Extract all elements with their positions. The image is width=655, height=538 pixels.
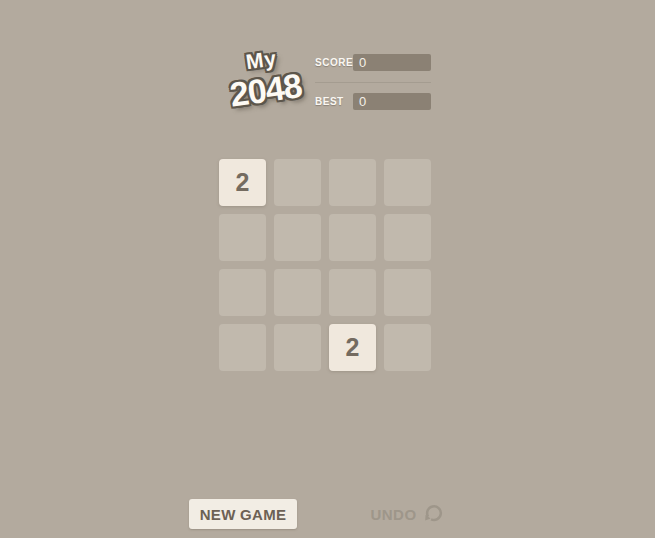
board-cell-r1c3: [384, 214, 431, 261]
board-cell-r0c3: [384, 159, 431, 206]
board-cell-r2c0: [219, 269, 266, 316]
best-row: BEST 0: [315, 93, 431, 110]
undo-label: UNDO: [370, 506, 416, 523]
best-value-box: 0: [353, 93, 431, 110]
board-cell-r1c2: [329, 214, 376, 261]
board-cell-r3c1: [274, 324, 321, 371]
game-logo: My 2048: [213, 42, 314, 114]
best-label: BEST: [315, 96, 353, 107]
undo-icon: [424, 504, 444, 524]
board-cell-r0c2: [329, 159, 376, 206]
scoreboard-divider: [315, 82, 431, 83]
score-value: 0: [359, 55, 366, 70]
app-canvas: My 2048 SCORE 0 BEST 0 2 2 NEW GAME: [0, 0, 655, 538]
board-cell-r3c2: 2: [329, 324, 376, 371]
best-value: 0: [359, 94, 366, 109]
board-cell-r2c3: [384, 269, 431, 316]
scoreboard: SCORE 0 BEST 0: [315, 54, 431, 110]
board-cell-r0c0: 2: [219, 159, 266, 206]
board-cell-r1c0: [219, 214, 266, 261]
board-cell-r2c1: [274, 269, 321, 316]
new-game-label: NEW GAME: [200, 506, 287, 523]
score-value-box: 0: [353, 54, 431, 71]
board-grid: 2 2: [219, 159, 431, 371]
undo-button[interactable]: UNDO: [351, 499, 463, 529]
board-cell-r1c1: [274, 214, 321, 261]
board-cell-r0c1: [274, 159, 321, 206]
board-cell-r2c2: [329, 269, 376, 316]
board-cell-r3c0: [219, 324, 266, 371]
board-cell-r3c3: [384, 324, 431, 371]
score-row: SCORE 0: [315, 54, 431, 71]
score-label: SCORE: [315, 57, 353, 68]
new-game-button[interactable]: NEW GAME: [189, 499, 297, 529]
